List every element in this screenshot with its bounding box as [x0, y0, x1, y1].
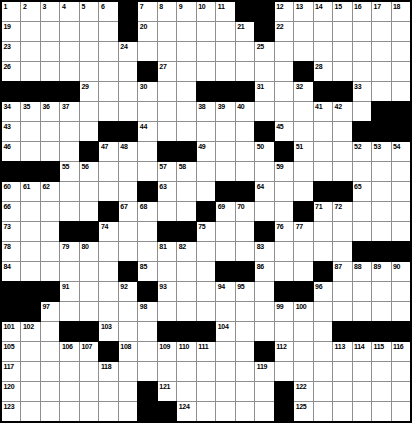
- cell-r20c21[interactable]: [392, 382, 410, 401]
- cell-r19c7[interactable]: [119, 362, 137, 381]
- cell-r15c19[interactable]: [353, 282, 371, 301]
- cell-r1c21[interactable]: 18: [392, 2, 410, 21]
- cell-r19c13[interactable]: [236, 362, 254, 381]
- cell-r17c1[interactable]: 101: [2, 322, 20, 341]
- cell-r11c21[interactable]: [392, 202, 410, 221]
- cell-r13c17[interactable]: [314, 242, 332, 261]
- cell-r7c16[interactable]: [294, 122, 312, 141]
- cell-r18c1[interactable]: 105: [2, 342, 20, 361]
- cell-r3c3[interactable]: [41, 42, 59, 61]
- cell-r11c10[interactable]: [177, 202, 195, 221]
- cell-r11c4[interactable]: [60, 202, 78, 221]
- cell-r16c8[interactable]: 98: [138, 302, 156, 321]
- cell-r14c15[interactable]: [275, 262, 293, 281]
- cell-r19c1[interactable]: 117: [2, 362, 20, 381]
- cell-r6c6[interactable]: [99, 102, 117, 121]
- cell-r8c16[interactable]: 51: [294, 142, 312, 161]
- cell-r12c21[interactable]: [392, 222, 410, 241]
- cell-r4c2[interactable]: [21, 62, 39, 81]
- cell-r20c12[interactable]: [216, 382, 234, 401]
- cell-r16c19[interactable]: [353, 302, 371, 321]
- cell-r1c2[interactable]: 2: [21, 2, 39, 21]
- cell-r12c12[interactable]: [216, 222, 234, 241]
- cell-r14c21[interactable]: 90: [392, 262, 410, 281]
- cell-r14c18[interactable]: 87: [333, 262, 351, 281]
- cell-r17c12[interactable]: 104: [216, 322, 234, 341]
- cell-r8c1[interactable]: 46: [2, 142, 20, 161]
- cell-r7c8[interactable]: 44: [138, 122, 156, 141]
- cell-r12c16[interactable]: 77: [294, 222, 312, 241]
- cell-r5c20[interactable]: [372, 82, 390, 101]
- cell-r11c13[interactable]: 70: [236, 202, 254, 221]
- cell-r19c19[interactable]: [353, 362, 371, 381]
- cell-r7c2[interactable]: [21, 122, 39, 141]
- cell-r3c19[interactable]: [353, 42, 371, 61]
- cell-r19c12[interactable]: [216, 362, 234, 381]
- cell-r19c21[interactable]: [392, 362, 410, 381]
- cell-r16c6[interactable]: [99, 302, 117, 321]
- cell-r6c4[interactable]: 37: [60, 102, 78, 121]
- cell-r12c18[interactable]: [333, 222, 351, 241]
- cell-r21c21[interactable]: [392, 402, 410, 421]
- cell-r3c5[interactable]: [80, 42, 98, 61]
- cell-r21c13[interactable]: [236, 402, 254, 421]
- cell-r7c13[interactable]: [236, 122, 254, 141]
- cell-r11c7[interactable]: 67: [119, 202, 137, 221]
- cell-r18c5[interactable]: 107: [80, 342, 98, 361]
- cell-r7c17[interactable]: [314, 122, 332, 141]
- cell-r3c2[interactable]: [21, 42, 39, 61]
- cell-r4c20[interactable]: [372, 62, 390, 81]
- cell-r21c19[interactable]: [353, 402, 371, 421]
- cell-r21c14[interactable]: [255, 402, 273, 421]
- cell-r19c20[interactable]: [372, 362, 390, 381]
- cell-r19c10[interactable]: [177, 362, 195, 381]
- cell-r15c6[interactable]: [99, 282, 117, 301]
- cell-r2c8[interactable]: 20: [138, 22, 156, 41]
- cell-r21c2[interactable]: [21, 402, 39, 421]
- cell-r2c15[interactable]: 22: [275, 22, 293, 41]
- cell-r21c11[interactable]: [197, 402, 215, 421]
- cell-r21c10[interactable]: 124: [177, 402, 195, 421]
- cell-r19c4[interactable]: [60, 362, 78, 381]
- cell-r8c18[interactable]: [333, 142, 351, 161]
- cell-r16c7[interactable]: [119, 302, 137, 321]
- cell-r18c18[interactable]: 113: [333, 342, 351, 361]
- cell-r18c8[interactable]: [138, 342, 156, 361]
- cell-r12c6[interactable]: 74: [99, 222, 117, 241]
- cell-r5c16[interactable]: 32: [294, 82, 312, 101]
- cell-r16c18[interactable]: [333, 302, 351, 321]
- cell-r8c12[interactable]: [216, 142, 234, 161]
- cell-r2c1[interactable]: 19: [2, 22, 20, 41]
- cell-r10c2[interactable]: 61: [21, 182, 39, 201]
- cell-r11c1[interactable]: 66: [2, 202, 20, 221]
- cell-r9c6[interactable]: [99, 162, 117, 181]
- cell-r10c5[interactable]: [80, 182, 98, 201]
- cell-r13c9[interactable]: 81: [158, 242, 176, 261]
- cell-r1c9[interactable]: 8: [158, 2, 176, 21]
- cell-r4c21[interactable]: [392, 62, 410, 81]
- cell-r20c4[interactable]: [60, 382, 78, 401]
- cell-r2c16[interactable]: [294, 22, 312, 41]
- cell-r15c10[interactable]: [177, 282, 195, 301]
- cell-r21c4[interactable]: [60, 402, 78, 421]
- cell-r4c9[interactable]: 27: [158, 62, 176, 81]
- cell-r10c16[interactable]: [294, 182, 312, 201]
- cell-r3c17[interactable]: [314, 42, 332, 61]
- cell-r14c16[interactable]: [294, 262, 312, 281]
- cell-r14c1[interactable]: 84: [2, 262, 20, 281]
- cell-r6c14[interactable]: [255, 102, 273, 121]
- cell-r21c6[interactable]: [99, 402, 117, 421]
- cell-r6c16[interactable]: [294, 102, 312, 121]
- cell-r4c3[interactable]: [41, 62, 59, 81]
- cell-r3c11[interactable]: [197, 42, 215, 61]
- cell-r12c2[interactable]: [21, 222, 39, 241]
- cell-r5c9[interactable]: [158, 82, 176, 101]
- cell-r8c20[interactable]: 53: [372, 142, 390, 161]
- cell-r5c6[interactable]: [99, 82, 117, 101]
- cell-r10c20[interactable]: [372, 182, 390, 201]
- cell-r20c7[interactable]: [119, 382, 137, 401]
- cell-r16c10[interactable]: [177, 302, 195, 321]
- cell-r17c7[interactable]: [119, 322, 137, 341]
- cell-r7c10[interactable]: [177, 122, 195, 141]
- cell-r3c6[interactable]: [99, 42, 117, 61]
- cell-r9c17[interactable]: [314, 162, 332, 181]
- cell-r20c3[interactable]: [41, 382, 59, 401]
- cell-r10c15[interactable]: [275, 182, 293, 201]
- cell-r8c17[interactable]: [314, 142, 332, 161]
- cell-r15c13[interactable]: 95: [236, 282, 254, 301]
- cell-r11c18[interactable]: 72: [333, 202, 351, 221]
- cell-r12c13[interactable]: [236, 222, 254, 241]
- cell-r6c10[interactable]: [177, 102, 195, 121]
- cell-r13c16[interactable]: [294, 242, 312, 261]
- cell-r8c3[interactable]: [41, 142, 59, 161]
- cell-r18c20[interactable]: 115: [372, 342, 390, 361]
- cell-r6c13[interactable]: 40: [236, 102, 254, 121]
- cell-r6c2[interactable]: 35: [21, 102, 39, 121]
- cell-r9c4[interactable]: 55: [60, 162, 78, 181]
- cell-r16c3[interactable]: 97: [41, 302, 59, 321]
- cell-r17c16[interactable]: [294, 322, 312, 341]
- cell-r6c17[interactable]: 41: [314, 102, 332, 121]
- cell-r4c13[interactable]: [236, 62, 254, 81]
- cell-r9c7[interactable]: [119, 162, 137, 181]
- cell-r12c8[interactable]: [138, 222, 156, 241]
- cell-r8c4[interactable]: [60, 142, 78, 161]
- cell-r7c4[interactable]: [60, 122, 78, 141]
- cell-r13c6[interactable]: [99, 242, 117, 261]
- cell-r13c2[interactable]: [21, 242, 39, 261]
- cell-r20c1[interactable]: 120: [2, 382, 20, 401]
- cell-r16c20[interactable]: [372, 302, 390, 321]
- cell-r7c18[interactable]: [333, 122, 351, 141]
- cell-r3c10[interactable]: [177, 42, 195, 61]
- cell-r5c19[interactable]: 33: [353, 82, 371, 101]
- cell-r3c9[interactable]: [158, 42, 176, 61]
- cell-r18c21[interactable]: 116: [392, 342, 410, 361]
- cell-r16c13[interactable]: [236, 302, 254, 321]
- cell-r19c3[interactable]: [41, 362, 59, 381]
- cell-r11c15[interactable]: [275, 202, 293, 221]
- cell-r2c20[interactable]: [372, 22, 390, 41]
- cell-r3c18[interactable]: [333, 42, 351, 61]
- cell-r19c6[interactable]: 118: [99, 362, 117, 381]
- cell-r1c8[interactable]: 7: [138, 2, 156, 21]
- cell-r9c5[interactable]: 56: [80, 162, 98, 181]
- cell-r13c13[interactable]: [236, 242, 254, 261]
- cell-r2c5[interactable]: [80, 22, 98, 41]
- cell-r8c13[interactable]: [236, 142, 254, 161]
- cell-r17c6[interactable]: 103: [99, 322, 117, 341]
- cell-r14c5[interactable]: [80, 262, 98, 281]
- cell-r19c16[interactable]: [294, 362, 312, 381]
- cell-r20c17[interactable]: [314, 382, 332, 401]
- cell-r4c12[interactable]: [216, 62, 234, 81]
- cell-r2c4[interactable]: [60, 22, 78, 41]
- cell-r3c4[interactable]: [60, 42, 78, 61]
- cell-r5c7[interactable]: [119, 82, 137, 101]
- cell-r6c8[interactable]: [138, 102, 156, 121]
- cell-r9c11[interactable]: [197, 162, 215, 181]
- cell-r20c18[interactable]: [333, 382, 351, 401]
- cell-r9c12[interactable]: [216, 162, 234, 181]
- cell-r18c2[interactable]: [21, 342, 39, 361]
- cell-r1c17[interactable]: 14: [314, 2, 332, 21]
- cell-r16c21[interactable]: [392, 302, 410, 321]
- cell-r21c17[interactable]: [314, 402, 332, 421]
- cell-r10c9[interactable]: 63: [158, 182, 176, 201]
- cell-r19c8[interactable]: [138, 362, 156, 381]
- cell-r1c3[interactable]: 3: [41, 2, 59, 21]
- cell-r13c4[interactable]: 79: [60, 242, 78, 261]
- cell-r10c14[interactable]: 64: [255, 182, 273, 201]
- cell-r12c1[interactable]: 73: [2, 222, 20, 241]
- cell-r16c14[interactable]: [255, 302, 273, 321]
- cell-r16c15[interactable]: 99: [275, 302, 293, 321]
- cell-r17c17[interactable]: [314, 322, 332, 341]
- cell-r13c18[interactable]: [333, 242, 351, 261]
- cell-r6c3[interactable]: 36: [41, 102, 59, 121]
- cell-r10c11[interactable]: [197, 182, 215, 201]
- cell-r3c14[interactable]: 25: [255, 42, 273, 61]
- cell-r19c14[interactable]: 119: [255, 362, 273, 381]
- cell-r11c17[interactable]: 71: [314, 202, 332, 221]
- cell-r18c3[interactable]: [41, 342, 59, 361]
- cell-r16c5[interactable]: [80, 302, 98, 321]
- cell-r3c1[interactable]: 23: [2, 42, 20, 61]
- cell-r20c20[interactable]: [372, 382, 390, 401]
- cell-r16c12[interactable]: [216, 302, 234, 321]
- cell-r7c11[interactable]: [197, 122, 215, 141]
- cell-r3c13[interactable]: [236, 42, 254, 61]
- cell-r7c5[interactable]: [80, 122, 98, 141]
- cell-r11c20[interactable]: [372, 202, 390, 221]
- cell-r2c2[interactable]: [21, 22, 39, 41]
- cell-r15c12[interactable]: 94: [216, 282, 234, 301]
- cell-r21c20[interactable]: [372, 402, 390, 421]
- cell-r11c14[interactable]: [255, 202, 273, 221]
- cell-r5c5[interactable]: 29: [80, 82, 98, 101]
- cell-r11c12[interactable]: 69: [216, 202, 234, 221]
- cell-r8c14[interactable]: 50: [255, 142, 273, 161]
- cell-r14c8[interactable]: 85: [138, 262, 156, 281]
- cell-r20c14[interactable]: [255, 382, 273, 401]
- cell-r17c8[interactable]: [138, 322, 156, 341]
- cell-r8c7[interactable]: 48: [119, 142, 137, 161]
- cell-r4c17[interactable]: 28: [314, 62, 332, 81]
- cell-r20c9[interactable]: 121: [158, 382, 176, 401]
- cell-r1c19[interactable]: 16: [353, 2, 371, 21]
- cell-r8c8[interactable]: [138, 142, 156, 161]
- cell-r16c16[interactable]: 100: [294, 302, 312, 321]
- cell-r14c3[interactable]: [41, 262, 59, 281]
- cell-r17c15[interactable]: [275, 322, 293, 341]
- cell-r9c21[interactable]: [392, 162, 410, 181]
- cell-r13c10[interactable]: 82: [177, 242, 195, 261]
- cell-r13c8[interactable]: [138, 242, 156, 261]
- cell-r19c15[interactable]: [275, 362, 293, 381]
- cell-r1c15[interactable]: 12: [275, 2, 293, 21]
- cell-r7c1[interactable]: 43: [2, 122, 20, 141]
- cell-r2c18[interactable]: [333, 22, 351, 41]
- cell-r10c1[interactable]: 60: [2, 182, 20, 201]
- cell-r15c14[interactable]: [255, 282, 273, 301]
- cell-r21c18[interactable]: [333, 402, 351, 421]
- cell-r16c11[interactable]: [197, 302, 215, 321]
- cell-r4c5[interactable]: [80, 62, 98, 81]
- cell-r2c12[interactable]: [216, 22, 234, 41]
- cell-r11c8[interactable]: 68: [138, 202, 156, 221]
- cell-r3c12[interactable]: [216, 42, 234, 61]
- cell-r18c9[interactable]: 109: [158, 342, 176, 361]
- cell-r11c3[interactable]: [41, 202, 59, 221]
- cell-r20c6[interactable]: [99, 382, 117, 401]
- cell-r8c21[interactable]: 54: [392, 142, 410, 161]
- cell-r21c5[interactable]: [80, 402, 98, 421]
- cell-r17c3[interactable]: [41, 322, 59, 341]
- cell-r8c2[interactable]: [21, 142, 39, 161]
- cell-r21c7[interactable]: [119, 402, 137, 421]
- cell-r8c11[interactable]: 49: [197, 142, 215, 161]
- cell-r21c3[interactable]: [41, 402, 59, 421]
- cell-r10c3[interactable]: 62: [41, 182, 59, 201]
- cell-r2c21[interactable]: [392, 22, 410, 41]
- cell-r1c18[interactable]: 15: [333, 2, 351, 21]
- cell-r11c9[interactable]: [158, 202, 176, 221]
- cell-r15c7[interactable]: 92: [119, 282, 137, 301]
- cell-r5c8[interactable]: 30: [138, 82, 156, 101]
- cell-r4c4[interactable]: [60, 62, 78, 81]
- cell-r19c9[interactable]: [158, 362, 176, 381]
- cell-r1c6[interactable]: 6: [99, 2, 117, 21]
- cell-r15c11[interactable]: [197, 282, 215, 301]
- cell-r10c10[interactable]: [177, 182, 195, 201]
- cell-r1c12[interactable]: 11: [216, 2, 234, 21]
- cell-r7c9[interactable]: [158, 122, 176, 141]
- cell-r14c14[interactable]: 86: [255, 262, 273, 281]
- cell-r13c15[interactable]: [275, 242, 293, 261]
- cell-r3c15[interactable]: [275, 42, 293, 61]
- cell-r20c13[interactable]: [236, 382, 254, 401]
- cell-r21c12[interactable]: [216, 402, 234, 421]
- cell-r20c5[interactable]: [80, 382, 98, 401]
- cell-r1c11[interactable]: 10: [197, 2, 215, 21]
- cell-r2c10[interactable]: [177, 22, 195, 41]
- cell-r2c3[interactable]: [41, 22, 59, 41]
- cell-r14c6[interactable]: [99, 262, 117, 281]
- cell-r18c10[interactable]: 110: [177, 342, 195, 361]
- cell-r10c6[interactable]: [99, 182, 117, 201]
- cell-r3c7[interactable]: 24: [119, 42, 137, 61]
- cell-r18c7[interactable]: 108: [119, 342, 137, 361]
- cell-r5c21[interactable]: [392, 82, 410, 101]
- cell-r2c9[interactable]: [158, 22, 176, 41]
- cell-r7c3[interactable]: [41, 122, 59, 141]
- cell-r3c8[interactable]: [138, 42, 156, 61]
- cell-r16c17[interactable]: [314, 302, 332, 321]
- cell-r1c4[interactable]: 4: [60, 2, 78, 21]
- cell-r18c4[interactable]: 106: [60, 342, 78, 361]
- cell-r16c4[interactable]: [60, 302, 78, 321]
- cell-r6c15[interactable]: [275, 102, 293, 121]
- cell-r2c17[interactable]: [314, 22, 332, 41]
- cell-r3c21[interactable]: [392, 42, 410, 61]
- cell-r6c1[interactable]: 34: [2, 102, 20, 121]
- cell-r15c4[interactable]: 91: [60, 282, 78, 301]
- cell-r4c15[interactable]: [275, 62, 293, 81]
- cell-r9c20[interactable]: [372, 162, 390, 181]
- cell-r1c10[interactable]: 9: [177, 2, 195, 21]
- cell-r14c9[interactable]: [158, 262, 176, 281]
- cell-r12c15[interactable]: 76: [275, 222, 293, 241]
- cell-r6c11[interactable]: 38: [197, 102, 215, 121]
- cell-r10c19[interactable]: 65: [353, 182, 371, 201]
- cell-r1c16[interactable]: 13: [294, 2, 312, 21]
- cell-r4c1[interactable]: 26: [2, 62, 20, 81]
- cell-r12c19[interactable]: [353, 222, 371, 241]
- cell-r3c16[interactable]: [294, 42, 312, 61]
- cell-r14c2[interactable]: [21, 262, 39, 281]
- cell-r21c1[interactable]: 123: [2, 402, 20, 421]
- cell-r18c15[interactable]: 112: [275, 342, 293, 361]
- cell-r18c16[interactable]: [294, 342, 312, 361]
- cell-r17c2[interactable]: 102: [21, 322, 39, 341]
- cell-r13c11[interactable]: [197, 242, 215, 261]
- cell-r19c11[interactable]: [197, 362, 215, 381]
- cell-r17c13[interactable]: [236, 322, 254, 341]
- cell-r3c20[interactable]: [372, 42, 390, 61]
- cell-r15c9[interactable]: 93: [158, 282, 176, 301]
- cell-r6c9[interactable]: [158, 102, 176, 121]
- cell-r19c2[interactable]: [21, 362, 39, 381]
- cell-r6c7[interactable]: [119, 102, 137, 121]
- cell-r9c19[interactable]: [353, 162, 371, 181]
- cell-r6c19[interactable]: [353, 102, 371, 121]
- cell-r17c14[interactable]: [255, 322, 273, 341]
- cell-r9c13[interactable]: [236, 162, 254, 181]
- cell-r19c17[interactable]: [314, 362, 332, 381]
- cell-r9c15[interactable]: 59: [275, 162, 293, 181]
- cell-r15c17[interactable]: 96: [314, 282, 332, 301]
- cell-r5c14[interactable]: 31: [255, 82, 273, 101]
- cell-r18c17[interactable]: [314, 342, 332, 361]
- cell-r4c10[interactable]: [177, 62, 195, 81]
- cell-r12c11[interactable]: 75: [197, 222, 215, 241]
